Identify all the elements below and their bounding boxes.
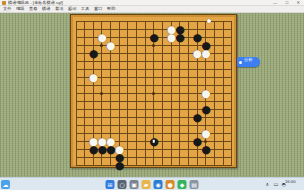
- board-cell[interactable]: [141, 145, 150, 153]
- board-cell[interactable]: [150, 57, 159, 65]
- board-cell[interactable]: [210, 113, 219, 121]
- board-cell[interactable]: [89, 113, 98, 121]
- board-cell[interactable]: [115, 113, 124, 121]
- board-cell[interactable]: [132, 33, 141, 41]
- board-cell[interactable]: [141, 153, 150, 161]
- board-cell[interactable]: [193, 97, 202, 105]
- board-cell[interactable]: [210, 105, 219, 113]
- board-cell[interactable]: [106, 65, 115, 73]
- board-cell[interactable]: [80, 129, 89, 137]
- board-cell[interactable]: [106, 25, 115, 33]
- board-cell[interactable]: ●: [115, 161, 124, 169]
- board-cell[interactable]: [176, 81, 185, 89]
- menu-item[interactable]: 标记: [67, 6, 80, 13]
- board-cell[interactable]: [158, 65, 167, 73]
- board-cell[interactable]: [72, 57, 81, 65]
- weather-widget-icon[interactable]: ☁: [1, 180, 10, 189]
- board-cell[interactable]: [124, 25, 133, 33]
- board-cell[interactable]: [210, 81, 219, 89]
- board-cell[interactable]: [184, 65, 193, 73]
- board-cell[interactable]: [176, 57, 185, 65]
- board-cell[interactable]: [210, 153, 219, 161]
- board-cell[interactable]: [150, 121, 159, 129]
- board-cell[interactable]: [202, 73, 211, 81]
- menu-item[interactable]: 着法: [54, 6, 67, 13]
- board-cell[interactable]: [184, 33, 193, 41]
- board-cell[interactable]: [132, 113, 141, 121]
- board-cell[interactable]: [158, 145, 167, 153]
- board-cell[interactable]: [124, 81, 133, 89]
- board-cell[interactable]: [115, 65, 124, 73]
- board-cell[interactable]: [124, 89, 133, 97]
- board-cell[interactable]: [115, 41, 124, 49]
- board-cell[interactable]: [72, 153, 81, 161]
- board-cell[interactable]: ●: [202, 129, 211, 137]
- board-cell[interactable]: [80, 17, 89, 25]
- board-cell[interactable]: [219, 73, 228, 81]
- board-cell[interactable]: [72, 129, 81, 137]
- board-cell[interactable]: [176, 153, 185, 161]
- board-cell[interactable]: [124, 41, 133, 49]
- board-cell[interactable]: [132, 65, 141, 73]
- board-cell[interactable]: [141, 57, 150, 65]
- minimize-button[interactable]: —: [272, 0, 276, 3]
- board-cell[interactable]: [132, 41, 141, 49]
- board-cell[interactable]: [141, 33, 150, 41]
- board-cell[interactable]: [89, 121, 98, 129]
- board-cell[interactable]: [80, 33, 89, 41]
- board-cell[interactable]: [98, 65, 107, 73]
- board-cell[interactable]: [176, 97, 185, 105]
- board-cell[interactable]: [158, 57, 167, 65]
- board-cell[interactable]: [167, 129, 176, 137]
- close-button[interactable]: ✕: [296, 0, 300, 3]
- board-cell[interactable]: [106, 81, 115, 89]
- board-cell[interactable]: [193, 153, 202, 161]
- board-cell[interactable]: [141, 129, 150, 137]
- board-cell[interactable]: ●: [98, 145, 107, 153]
- board-cell[interactable]: [176, 137, 185, 145]
- menu-item[interactable]: 编辑: [15, 6, 28, 13]
- board-cell[interactable]: [167, 97, 176, 105]
- board-cell[interactable]: [106, 89, 115, 97]
- board-cell[interactable]: [72, 97, 81, 105]
- board-cell[interactable]: ●: [150, 33, 159, 41]
- board-cell[interactable]: ●: [202, 89, 211, 97]
- menu-item[interactable]: 文件: [2, 6, 15, 13]
- board-cell[interactable]: [124, 121, 133, 129]
- board-cell[interactable]: [184, 137, 193, 145]
- tray-icon[interactable]: ∧: [266, 182, 269, 187]
- board-cell[interactable]: [89, 97, 98, 105]
- board-cell[interactable]: ●: [193, 49, 202, 57]
- board-cell[interactable]: [228, 81, 237, 89]
- board-cell[interactable]: ●: [98, 33, 107, 41]
- board-cell[interactable]: [210, 41, 219, 49]
- board-cell[interactable]: ●: [89, 73, 98, 81]
- board-cell[interactable]: [98, 81, 107, 89]
- board-cell[interactable]: [124, 57, 133, 65]
- board-cell[interactable]: [210, 65, 219, 73]
- board-cell[interactable]: [89, 17, 98, 25]
- board-cell[interactable]: [158, 121, 167, 129]
- board-cell[interactable]: [193, 73, 202, 81]
- board-cell[interactable]: [219, 105, 228, 113]
- board-cell[interactable]: [72, 105, 81, 113]
- board-cell[interactable]: [158, 81, 167, 89]
- board-cell[interactable]: [106, 105, 115, 113]
- board-cell[interactable]: [176, 73, 185, 81]
- board-cell[interactable]: [132, 17, 141, 25]
- board-cell[interactable]: [219, 145, 228, 153]
- board-cell[interactable]: [228, 105, 237, 113]
- board-cell[interactable]: [228, 145, 237, 153]
- board-cell[interactable]: [80, 137, 89, 145]
- board-cell[interactable]: [158, 161, 167, 169]
- board-cell[interactable]: [124, 113, 133, 121]
- board-cell[interactable]: [193, 81, 202, 89]
- board-cell[interactable]: [124, 161, 133, 169]
- board-cell[interactable]: [141, 89, 150, 97]
- board-cell[interactable]: [193, 89, 202, 97]
- board-cell[interactable]: [210, 89, 219, 97]
- board-cell[interactable]: [176, 129, 185, 137]
- board-grid[interactable]: ●●●●●●●●●●●●●●●●●●●●●●●●●●●●●: [72, 17, 237, 169]
- board-cell[interactable]: [80, 97, 89, 105]
- board-cell[interactable]: [124, 65, 133, 73]
- board-cell[interactable]: [106, 57, 115, 65]
- board-cell[interactable]: [89, 105, 98, 113]
- taskbar-clock[interactable]: 16:00: [288, 180, 302, 189]
- board-cell[interactable]: [219, 57, 228, 65]
- board-cell[interactable]: [219, 97, 228, 105]
- board-cell[interactable]: [167, 105, 176, 113]
- board-cell[interactable]: [210, 73, 219, 81]
- board-cell[interactable]: [167, 49, 176, 57]
- board-cell[interactable]: [106, 113, 115, 121]
- board-cell[interactable]: [228, 161, 237, 169]
- board-cell[interactable]: [132, 97, 141, 105]
- board-cell[interactable]: [80, 57, 89, 65]
- board-cell[interactable]: [158, 17, 167, 25]
- board-cell[interactable]: [228, 41, 237, 49]
- board-cell[interactable]: [132, 105, 141, 113]
- board-cell[interactable]: [80, 41, 89, 49]
- board-cell[interactable]: ●: [167, 33, 176, 41]
- board-cell[interactable]: [80, 49, 89, 57]
- menu-item[interactable]: 帮助: [106, 6, 119, 13]
- board-cell[interactable]: [210, 33, 219, 41]
- board-cell[interactable]: [184, 97, 193, 105]
- board-cell[interactable]: [124, 105, 133, 113]
- board-cell[interactable]: [167, 113, 176, 121]
- menu-item[interactable]: 查看: [28, 6, 41, 13]
- board-cell[interactable]: ●: [202, 49, 211, 57]
- board-cell[interactable]: [210, 121, 219, 129]
- board-cell[interactable]: [228, 97, 237, 105]
- taskbar-icon-chat[interactable]: ◆: [178, 180, 187, 189]
- board-cell[interactable]: [115, 89, 124, 97]
- board-cell[interactable]: [89, 89, 98, 97]
- board-cell[interactable]: [98, 161, 107, 169]
- board-cell[interactable]: [158, 89, 167, 97]
- board-cell[interactable]: [150, 97, 159, 105]
- board-cell[interactable]: [106, 17, 115, 25]
- board-cell[interactable]: [158, 97, 167, 105]
- board-cell[interactable]: [176, 105, 185, 113]
- board-cell[interactable]: [141, 65, 150, 73]
- taskbar-icon-folder[interactable]: ▰: [142, 180, 151, 189]
- board-cell[interactable]: [124, 33, 133, 41]
- board-cell[interactable]: [219, 33, 228, 41]
- board-cell[interactable]: [167, 121, 176, 129]
- board-cell[interactable]: [132, 145, 141, 153]
- board-cell[interactable]: [72, 81, 81, 89]
- board-cell[interactable]: [124, 97, 133, 105]
- board-cell[interactable]: [72, 113, 81, 121]
- board-cell[interactable]: [150, 81, 159, 89]
- board-cell[interactable]: [184, 57, 193, 65]
- board-cell[interactable]: ●: [193, 113, 202, 121]
- board-cell[interactable]: [115, 25, 124, 33]
- tray-icon[interactable]: ▭: [274, 182, 277, 187]
- board-cell[interactable]: [115, 105, 124, 113]
- board-cell[interactable]: [72, 89, 81, 97]
- board-cell[interactable]: [176, 161, 185, 169]
- board-cell[interactable]: [132, 25, 141, 33]
- board-cell[interactable]: [141, 17, 150, 25]
- board-cell[interactable]: [158, 49, 167, 57]
- board-cell[interactable]: [167, 65, 176, 73]
- board-cell[interactable]: [115, 73, 124, 81]
- board-cell[interactable]: [228, 73, 237, 81]
- board-cell[interactable]: [219, 49, 228, 57]
- board-cell[interactable]: [184, 113, 193, 121]
- board-cell[interactable]: [115, 49, 124, 57]
- board-cell[interactable]: [150, 49, 159, 57]
- board-cell[interactable]: [72, 161, 81, 169]
- board-cell[interactable]: [167, 145, 176, 153]
- menu-item[interactable]: 棋谱: [41, 6, 54, 13]
- board-cell[interactable]: [228, 153, 237, 161]
- board-cell[interactable]: [167, 81, 176, 89]
- board-cell[interactable]: [141, 41, 150, 49]
- board-cell[interactable]: [72, 137, 81, 145]
- board-cell[interactable]: [72, 25, 81, 33]
- board-cell[interactable]: ●: [89, 145, 98, 153]
- board-cell[interactable]: [228, 25, 237, 33]
- board-cell[interactable]: [72, 17, 81, 25]
- board-cell[interactable]: [72, 49, 81, 57]
- board-cell[interactable]: [72, 145, 81, 153]
- board-cell[interactable]: [219, 113, 228, 121]
- board-cell[interactable]: [167, 73, 176, 81]
- board-cell[interactable]: [150, 89, 159, 97]
- board-cell[interactable]: [150, 65, 159, 73]
- board-cell[interactable]: [141, 121, 150, 129]
- board-cell[interactable]: [80, 121, 89, 129]
- board-cell[interactable]: [228, 33, 237, 41]
- board-cell[interactable]: [184, 121, 193, 129]
- board-cell[interactable]: [158, 153, 167, 161]
- board-cell[interactable]: [132, 57, 141, 65]
- board-cell[interactable]: [150, 113, 159, 121]
- board-cell[interactable]: [184, 145, 193, 153]
- board-cell[interactable]: [150, 17, 159, 25]
- maximize-button[interactable]: □: [285, 0, 288, 3]
- board-cell[interactable]: [202, 161, 211, 169]
- board-cell[interactable]: [176, 65, 185, 73]
- board-cell[interactable]: [202, 25, 211, 33]
- board-cell[interactable]: [98, 57, 107, 65]
- board-cell[interactable]: ●: [89, 49, 98, 57]
- board-cell[interactable]: [158, 137, 167, 145]
- board-cell[interactable]: [167, 57, 176, 65]
- board-cell[interactable]: [80, 105, 89, 113]
- board-cell[interactable]: [158, 25, 167, 33]
- board-cell[interactable]: [106, 73, 115, 81]
- board-cell[interactable]: [98, 105, 107, 113]
- board-cell[interactable]: [210, 57, 219, 65]
- board-cell[interactable]: [115, 121, 124, 129]
- taskbar-icon-go-app[interactable]: ●: [166, 180, 175, 189]
- board-cell[interactable]: [219, 25, 228, 33]
- board-cell[interactable]: [115, 129, 124, 137]
- taskbar-icon-browser[interactable]: ◉: [154, 180, 163, 189]
- board-cell[interactable]: [210, 97, 219, 105]
- board-cell[interactable]: [132, 73, 141, 81]
- board-cell[interactable]: ●: [193, 137, 202, 145]
- board-cell[interactable]: [219, 121, 228, 129]
- board-cell[interactable]: [158, 113, 167, 121]
- board-cell[interactable]: [228, 89, 237, 97]
- board-cell[interactable]: [80, 113, 89, 121]
- board-cell[interactable]: [184, 25, 193, 33]
- board-cell[interactable]: [219, 65, 228, 73]
- board-cell[interactable]: [228, 49, 237, 57]
- board-cell[interactable]: [184, 153, 193, 161]
- board-cell[interactable]: [141, 25, 150, 33]
- board-cell[interactable]: [184, 41, 193, 49]
- board-cell[interactable]: [80, 89, 89, 97]
- board-cell[interactable]: [98, 17, 107, 25]
- board-cell[interactable]: [176, 145, 185, 153]
- taskbar-icon-task-view[interactable]: ▣: [130, 180, 139, 189]
- board-cell[interactable]: [176, 113, 185, 121]
- board-cell[interactable]: [184, 49, 193, 57]
- board-cell[interactable]: ●: [176, 33, 185, 41]
- board-cell[interactable]: [228, 17, 237, 25]
- board-cell[interactable]: [176, 49, 185, 57]
- board-cell[interactable]: [219, 137, 228, 145]
- board-cell[interactable]: [150, 161, 159, 169]
- board-cell[interactable]: [184, 105, 193, 113]
- board-cell[interactable]: [193, 65, 202, 73]
- taskbar-icon-notes[interactable]: ▤: [190, 180, 199, 189]
- board-cell[interactable]: [228, 121, 237, 129]
- board-cell[interactable]: [124, 153, 133, 161]
- board-cell[interactable]: [167, 137, 176, 145]
- board-cell[interactable]: [132, 121, 141, 129]
- board-cell[interactable]: [210, 161, 219, 169]
- board-cell[interactable]: [141, 49, 150, 57]
- board-cell[interactable]: [210, 17, 219, 25]
- board-cell[interactable]: [124, 145, 133, 153]
- board-cell[interactable]: [210, 137, 219, 145]
- board-cell[interactable]: ●: [193, 33, 202, 41]
- board-cell[interactable]: [72, 33, 81, 41]
- board-cell[interactable]: [124, 17, 133, 25]
- menu-item[interactable]: 窗口: [93, 6, 106, 13]
- board-cell[interactable]: [150, 73, 159, 81]
- board-cell[interactable]: [124, 49, 133, 57]
- board-cell[interactable]: ●: [202, 145, 211, 153]
- board-cell[interactable]: [124, 129, 133, 137]
- board-cell[interactable]: [132, 89, 141, 97]
- board-cell[interactable]: ●: [150, 137, 159, 145]
- board-cell[interactable]: [80, 161, 89, 169]
- board-cell[interactable]: [141, 161, 150, 169]
- board-cell[interactable]: [89, 33, 98, 41]
- board-cell[interactable]: [202, 65, 211, 73]
- board-cell[interactable]: [184, 73, 193, 81]
- board-cell[interactable]: ●: [106, 41, 115, 49]
- board-cell[interactable]: [228, 129, 237, 137]
- board-cell[interactable]: [167, 161, 176, 169]
- board-cell[interactable]: ●: [202, 105, 211, 113]
- board-cell[interactable]: [158, 105, 167, 113]
- board-cell[interactable]: [150, 105, 159, 113]
- board-cell[interactable]: [115, 57, 124, 65]
- board-cell[interactable]: [115, 33, 124, 41]
- menu-item[interactable]: 工具: [80, 6, 93, 13]
- board-cell[interactable]: [228, 65, 237, 73]
- board-cell[interactable]: [184, 89, 193, 97]
- board-cell[interactable]: [98, 89, 107, 97]
- board-cell[interactable]: [72, 73, 81, 81]
- board-cell[interactable]: [210, 129, 219, 137]
- floating-widget[interactable]: 分析: [237, 57, 260, 67]
- board-cell[interactable]: [219, 89, 228, 97]
- board-cell[interactable]: [80, 145, 89, 153]
- board-cell[interactable]: [132, 81, 141, 89]
- board-cell[interactable]: [106, 97, 115, 105]
- board-cell[interactable]: [219, 153, 228, 161]
- board-cell[interactable]: [80, 153, 89, 161]
- board-cell[interactable]: [89, 161, 98, 169]
- board-cell[interactable]: [228, 57, 237, 65]
- board-cell[interactable]: [150, 153, 159, 161]
- board-cell[interactable]: [115, 97, 124, 105]
- board-cell[interactable]: [193, 161, 202, 169]
- board-cell[interactable]: [219, 17, 228, 25]
- board-cell[interactable]: [141, 81, 150, 89]
- board-cell[interactable]: [72, 65, 81, 73]
- board-cell[interactable]: [115, 17, 124, 25]
- board-cell[interactable]: [228, 113, 237, 121]
- board-cell[interactable]: [176, 89, 185, 97]
- taskbar-icon-search[interactable]: ○: [118, 180, 127, 189]
- board-cell[interactable]: [141, 113, 150, 121]
- board-cell[interactable]: [184, 129, 193, 137]
- board-cell[interactable]: [184, 17, 193, 25]
- board-cell[interactable]: [210, 145, 219, 153]
- board-cell[interactable]: [72, 41, 81, 49]
- board-cell[interactable]: [210, 25, 219, 33]
- board-cell[interactable]: [80, 81, 89, 89]
- board-cell[interactable]: [184, 81, 193, 89]
- board-cell[interactable]: [193, 17, 202, 25]
